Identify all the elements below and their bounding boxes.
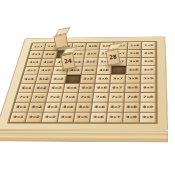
cube[interactable]: 2×2 [42,51,57,58]
cube-label: 5×2 [39,78,49,81]
cube-label: 6×2 [36,87,46,90]
cube[interactable]: 8×9 [140,103,155,112]
cube-label: 3×9 [144,60,153,63]
cube-label: 8×2 [31,106,42,109]
cube-label: 4×6 [99,69,109,72]
cube[interactable]: 7×8 [125,93,140,102]
cube-label: 9×4 [61,116,72,119]
cube-label: 9×8 [126,116,137,119]
cube[interactable]: 4×9 [141,66,155,74]
raised-cube-front-face [53,34,68,49]
cube-label: 1×5 [88,45,97,47]
cube-label: 1×1 [34,46,43,48]
cube[interactable]: 3×9 [142,58,156,66]
cube-label: 7×3 [49,96,60,99]
cube[interactable]: 6×6 [94,84,109,93]
cube-label: 2×8 [130,52,139,55]
cube-label: 3×5 [86,61,96,64]
cube-label: 5×7 [113,77,123,80]
cube-label: 7×8 [127,96,137,99]
cube[interactable]: 7×1 [16,93,33,102]
cube[interactable]: 3×5 [83,58,98,66]
cube-label: 9×3 [45,116,56,119]
cube[interactable]: 8×2 [28,103,45,112]
cube[interactable]: 6×2 [33,84,49,93]
cube-label: 4×2 [41,69,51,72]
cube[interactable]: 6×9 [141,83,156,92]
empty-slot[interactable] [65,75,80,83]
cube[interactable]: 2×8 [127,50,141,58]
cube[interactable]: 9×8 [123,113,139,123]
raised-cube-24[interactable]: 24 [59,47,75,70]
cube-label: 4×9 [144,69,154,72]
cube-label: 8×1 [16,106,27,109]
cube[interactable]: 6×8 [125,84,140,93]
cube[interactable]: 7×7 [109,93,124,102]
raised-cube-blank[interactable] [52,28,68,49]
cube[interactable]: 6×4 [64,84,80,93]
cube-label: 5×9 [143,77,153,80]
cube-grid: 1×11×21×31×41×51×61×71×81×92×12×22×42×52… [7,41,158,124]
cube[interactable]: 8×3 [44,103,61,112]
cube[interactable]: 1×5 [86,43,100,50]
cube[interactable]: 6×3 [48,84,64,93]
cube-label: 6×4 [66,87,76,90]
raised-cube-front-face: 24 [60,53,75,70]
cube[interactable]: 8×4 [60,103,76,112]
cube-label: 8×7 [110,106,121,109]
cube-label: 5×1 [24,78,34,81]
cube-label: 6×5 [82,87,92,90]
cube[interactable]: 7×3 [46,93,62,102]
cube[interactable]: 9×9 [140,113,156,123]
cube-label: 2×9 [144,52,153,55]
cube-label: 9×5 [77,116,88,119]
cube-label: 3×8 [129,60,138,63]
cube[interactable]: 5×7 [111,75,126,83]
cube-label: 4×1 [26,69,36,72]
cube[interactable]: 4×2 [38,67,53,75]
cube-label: 6×7 [112,86,122,89]
cube-label: 7×9 [143,96,153,99]
cube-label: 7×4 [65,96,75,99]
cube[interactable]: 1×1 [31,43,46,50]
cube[interactable]: 6×5 [79,84,94,93]
cube[interactable]: 5×6 [95,75,110,83]
board-frame: 1×11×21×31×41×51×61×71×81×92×12×22×42×52… [0,36,168,130]
cube-label: 9×1 [13,116,24,119]
cube[interactable]: 8×5 [76,103,92,112]
cube[interactable]: 3×1 [26,59,41,67]
cube-label: 8×9 [143,106,153,109]
cube[interactable]: 3×2 [40,59,55,67]
cube-label: 9×6 [93,116,104,119]
cube-label: 8×5 [78,106,89,109]
cube[interactable]: 9×6 [90,113,106,123]
cube[interactable]: 4×1 [24,67,40,75]
cube-label: 3×1 [29,61,39,64]
raised-cube-front-face: 28 [105,49,120,66]
cube-label: 6×9 [143,86,153,89]
cube-label: 7×1 [19,96,30,99]
cube-label: 6×3 [51,87,61,90]
cube[interactable]: 8×6 [92,103,108,112]
cube-label: 1×8 [130,45,139,47]
cube[interactable]: 3×8 [127,58,141,66]
cube[interactable]: 5×5 [80,75,95,83]
raised-cube-value: 28 [109,54,117,61]
cube[interactable]: 5×2 [36,75,52,83]
cube[interactable]: 5×9 [141,75,155,83]
cube[interactable]: 8×7 [108,103,124,112]
cube[interactable]: 1×8 [128,42,141,49]
cube-label: 1×9 [144,44,153,46]
cube-label: 5×3 [53,78,63,81]
cube-label: 2×2 [45,53,55,55]
cube[interactable]: 7×4 [62,93,78,102]
cube[interactable]: 6×1 [18,84,34,93]
cube[interactable]: 9×4 [58,113,75,123]
cube-label: 8×4 [63,106,74,109]
board: 1×11×21×31×41×51×61×71×81×92×12×22×42×52… [0,36,168,130]
cube-label: 7×6 [96,96,106,99]
cube-label: 4×5 [84,69,94,72]
cube-label: 7×7 [111,96,121,99]
cube[interactable]: 9×5 [74,113,91,123]
cube[interactable]: 8×1 [13,103,30,112]
board-front-edge [0,130,168,143]
cube-label: 7×2 [34,96,45,99]
cube[interactable]: 4×5 [82,66,97,74]
cube-label: 6×6 [97,87,107,90]
cube[interactable]: 9×3 [42,113,59,123]
cube[interactable]: 7×2 [31,93,47,102]
cube-label: 5×8 [128,77,138,80]
cube[interactable]: 4×8 [126,66,140,74]
cube[interactable]: 1×9 [142,42,155,49]
cube-label: 9×7 [109,116,120,119]
cube[interactable]: 8×8 [124,103,140,112]
cube-label: 2×4 [73,53,82,55]
raised-cube-28[interactable]: 28 [104,43,120,66]
cube-label: 2×5 [87,53,96,55]
cube-label: 9×2 [29,116,40,119]
cube[interactable]: 5×8 [126,75,141,83]
cube-label: 5×6 [98,78,108,81]
cube-label: 9×9 [142,116,153,119]
cube[interactable]: 7×5 [77,93,93,102]
cube-label: 2×1 [31,53,41,55]
cube-label: 6×8 [128,86,138,89]
cube[interactable]: 2×9 [142,50,156,58]
cube-label: 6×1 [21,87,31,90]
cube-label: 8×8 [126,106,137,109]
cube[interactable]: 6×7 [110,84,125,93]
cube-label: 8×3 [47,106,58,109]
cube-label: 4×8 [129,69,139,72]
cube[interactable]: 9×1 [10,113,27,123]
cube-label: 7×5 [80,96,90,99]
product-photo: 1×11×21×31×41×51×61×71×81×92×12×22×42×52… [0,0,175,175]
cube-label: 8×6 [94,106,105,109]
cube-label: 3×2 [43,61,53,64]
cube[interactable]: 7×9 [141,93,156,102]
cube[interactable]: 5×1 [21,75,37,83]
cube[interactable]: 2×1 [29,51,44,58]
cube[interactable]: 5×3 [51,75,67,83]
cube[interactable]: 9×2 [25,113,42,123]
cube[interactable]: 9×7 [107,113,123,123]
raised-cube-value: 24 [64,58,72,65]
cube[interactable]: 2×5 [85,50,99,57]
cube[interactable]: 7×6 [93,93,109,102]
cube-label: 5×5 [83,78,93,81]
